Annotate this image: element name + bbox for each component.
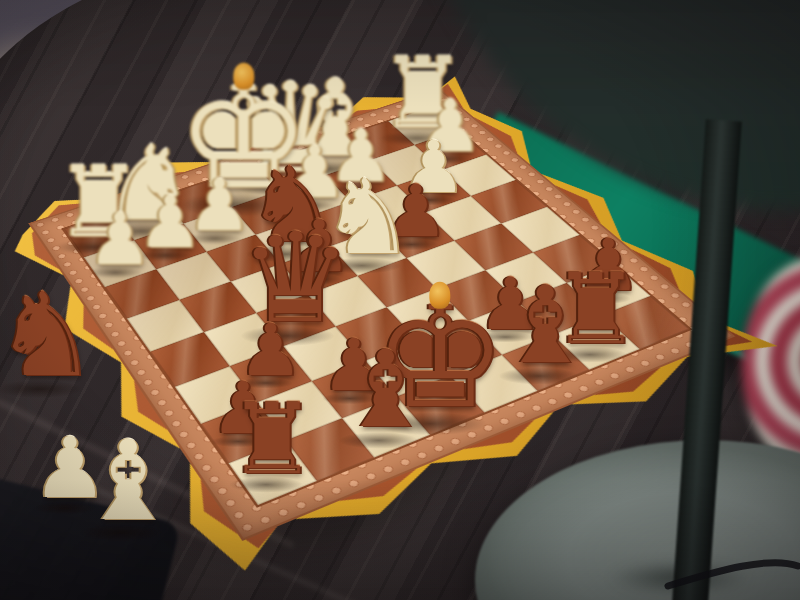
- scene: ♜♞♚♛♝♜♟♟♟♟♟♟♟♞♞♟♟♛♟♟♟♟♟♜♝♚♝♜♞♟♝: [0, 0, 800, 600]
